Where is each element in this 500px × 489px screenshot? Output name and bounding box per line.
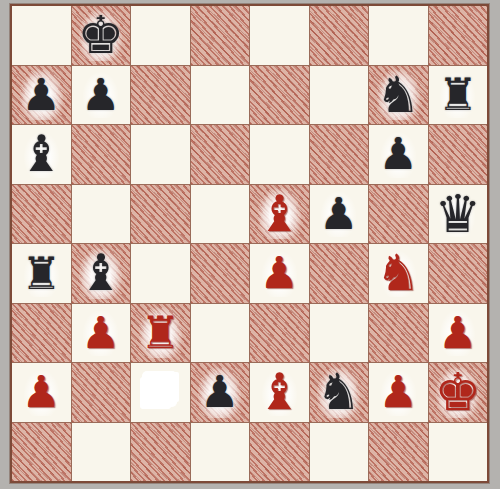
square-h8: [429, 6, 488, 65]
black-pawn-icon: ♟: [22, 73, 61, 117]
square-c7: [131, 66, 190, 125]
square-b8: ♚: [72, 6, 131, 65]
red-pawn-icon: ♟: [22, 370, 61, 414]
square-g3: [369, 304, 428, 363]
square-b5: [72, 185, 131, 244]
square-c3: ♜: [131, 304, 190, 363]
square-g8: [369, 6, 428, 65]
black-rook-icon: ♜: [438, 72, 478, 117]
red-pawn-icon: ♟: [81, 311, 120, 355]
square-d8: [191, 6, 250, 65]
black-knight-icon: ♞: [376, 70, 421, 120]
square-g2: ♟: [369, 363, 428, 422]
square-d1: [191, 423, 250, 482]
red-bishop-icon: ♝: [257, 189, 302, 239]
chess-board: ♚♟♟♞♜♝♟♝♟♛♜♝♟♞♟♜♟♟♟♝♞♟♚: [10, 4, 489, 483]
square-b6: [72, 125, 131, 184]
square-d2: ♟: [191, 363, 250, 422]
square-h7: ♜: [429, 66, 488, 125]
red-pawn-icon: ♟: [438, 311, 477, 355]
red-rook-icon: ♜: [140, 310, 180, 355]
square-d5: [191, 185, 250, 244]
square-g6: ♟: [369, 125, 428, 184]
square-b2: [72, 363, 131, 422]
square-h1: [429, 423, 488, 482]
black-queen-icon: ♛: [434, 188, 481, 240]
square-a8: [12, 6, 71, 65]
square-b7: ♟: [72, 66, 131, 125]
square-a2: ♟: [12, 363, 71, 422]
square-c5: [131, 185, 190, 244]
square-e6: [250, 125, 309, 184]
square-f6: [310, 125, 369, 184]
square-g1: [369, 423, 428, 482]
black-rook-icon: ♜: [21, 251, 61, 296]
square-b3: ♟: [72, 304, 131, 363]
square-e2: ♝: [250, 363, 309, 422]
white-erased-patch: [142, 371, 177, 407]
black-pawn-icon: ♟: [81, 73, 120, 117]
square-b4: ♝: [72, 244, 131, 303]
square-f2: ♞: [310, 363, 369, 422]
square-g7: ♞: [369, 66, 428, 125]
red-knight-icon: ♞: [376, 248, 421, 298]
black-pawn-icon: ♟: [200, 370, 239, 414]
square-f4: [310, 244, 369, 303]
square-h6: [429, 125, 488, 184]
square-d7: [191, 66, 250, 125]
square-a4: ♜: [12, 244, 71, 303]
black-pawn-icon: ♟: [319, 192, 358, 236]
square-h3: ♟: [429, 304, 488, 363]
red-king-icon: ♚: [434, 366, 481, 418]
square-h2: ♚: [429, 363, 488, 422]
square-a6: ♝: [12, 125, 71, 184]
black-pawn-icon: ♟: [379, 132, 418, 176]
square-h5: ♛: [429, 185, 488, 244]
black-bishop-icon: ♝: [78, 248, 123, 298]
square-c2: [131, 363, 190, 422]
square-f1: [310, 423, 369, 482]
square-e4: ♟: [250, 244, 309, 303]
square-b1: [72, 423, 131, 482]
square-g4: ♞: [369, 244, 428, 303]
square-d6: [191, 125, 250, 184]
square-f3: [310, 304, 369, 363]
red-bishop-icon: ♝: [257, 367, 302, 417]
square-e1: [250, 423, 309, 482]
scanned-paper-background: ♚♟♟♞♜♝♟♝♟♛♜♝♟♞♟♜♟♟♟♝♞♟♚: [0, 0, 500, 489]
square-a7: ♟: [12, 66, 71, 125]
square-a5: [12, 185, 71, 244]
square-c4: [131, 244, 190, 303]
square-f8: [310, 6, 369, 65]
square-h4: [429, 244, 488, 303]
square-c8: [131, 6, 190, 65]
square-e8: [250, 6, 309, 65]
square-c1: [131, 423, 190, 482]
square-a1: [12, 423, 71, 482]
square-e7: [250, 66, 309, 125]
square-d4: [191, 244, 250, 303]
square-e3: [250, 304, 309, 363]
black-king-icon: ♚: [77, 9, 124, 61]
square-g5: [369, 185, 428, 244]
square-f5: ♟: [310, 185, 369, 244]
square-d3: [191, 304, 250, 363]
black-knight-icon: ♞: [316, 367, 361, 417]
square-c6: [131, 125, 190, 184]
square-f7: [310, 66, 369, 125]
square-e5: ♝: [250, 185, 309, 244]
red-pawn-icon: ♟: [379, 370, 418, 414]
red-pawn-icon: ♟: [260, 251, 299, 295]
square-a3: [12, 304, 71, 363]
black-bishop-icon: ♝: [19, 129, 64, 179]
